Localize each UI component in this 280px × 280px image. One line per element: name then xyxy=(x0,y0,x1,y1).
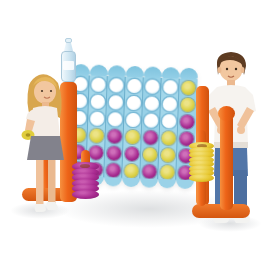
yellow-disc xyxy=(125,129,139,143)
magenta-disc xyxy=(107,129,121,143)
empty-hole xyxy=(126,95,140,109)
yellow-disc xyxy=(89,128,103,142)
cell-r5c5[interactable] xyxy=(141,145,160,163)
cell-r4c2[interactable] xyxy=(87,126,106,144)
cell-r4c6[interactable] xyxy=(159,129,178,147)
boy-ear xyxy=(241,67,245,73)
cell-r4c5[interactable] xyxy=(141,128,160,146)
yellow-ring-stack xyxy=(189,142,214,182)
board-wave xyxy=(104,177,122,187)
yellow-disc xyxy=(124,163,138,177)
empty-hole xyxy=(163,80,177,94)
yellow-disc xyxy=(160,164,174,178)
magenta-disc xyxy=(88,145,102,159)
cell-r3c6[interactable] xyxy=(160,112,179,130)
purple-ring-stack xyxy=(72,162,99,199)
empty-hole xyxy=(161,114,175,128)
cell-r2c7[interactable] xyxy=(179,96,198,114)
cell-r1c2[interactable] xyxy=(89,75,108,93)
cell-r1c6[interactable] xyxy=(161,78,180,96)
bottle-neck xyxy=(64,43,73,51)
bottle-label xyxy=(63,61,74,70)
cell-r3c2[interactable] xyxy=(88,109,107,127)
yellow-disc xyxy=(142,147,156,161)
boy-eye xyxy=(226,68,228,70)
cell-r2c3[interactable] xyxy=(107,93,126,111)
board-arch xyxy=(180,68,198,80)
girl-shoe xyxy=(46,202,58,210)
cell-r2c2[interactable] xyxy=(89,92,108,110)
cell-r6c6[interactable] xyxy=(158,163,177,181)
empty-hole xyxy=(162,97,176,111)
girl-leg xyxy=(48,160,56,203)
cell-r4c4[interactable] xyxy=(123,128,142,146)
board-arch xyxy=(144,66,162,78)
girl-player xyxy=(12,70,74,218)
magenta-disc xyxy=(106,163,120,177)
empty-hole xyxy=(143,113,157,127)
magenta-disc xyxy=(142,164,156,178)
cell-r2c4[interactable] xyxy=(125,94,144,112)
cell-r6c5[interactable] xyxy=(140,162,159,180)
board-arch xyxy=(90,64,108,76)
cell-r5c3[interactable] xyxy=(105,144,124,162)
scene: { "game": "connect-four", "variant": "gi… xyxy=(0,0,280,280)
empty-hole xyxy=(126,112,140,126)
empty-hole xyxy=(145,79,159,93)
girl-held-ring-hole xyxy=(26,133,31,136)
cell-r3c5[interactable] xyxy=(142,111,161,129)
board-wave xyxy=(158,179,176,189)
cell-r2c6[interactable] xyxy=(161,95,180,113)
empty-hole xyxy=(91,77,105,91)
girl-face xyxy=(34,81,56,104)
boy-hand xyxy=(237,126,245,134)
yellow-disc xyxy=(160,147,174,161)
board-arch xyxy=(162,67,180,79)
empty-hole xyxy=(90,94,104,108)
cell-r5c6[interactable] xyxy=(159,146,178,164)
magenta-disc xyxy=(106,146,120,160)
girl-eye xyxy=(50,90,52,92)
boy-ear xyxy=(218,67,222,73)
boy-eye xyxy=(235,68,237,70)
girl-shoe xyxy=(34,204,46,212)
magenta-disc xyxy=(143,130,157,144)
yellow-ring[interactable] xyxy=(189,174,214,182)
yellow-disc xyxy=(161,130,175,144)
bottle-cap xyxy=(65,38,72,43)
board-arch xyxy=(108,65,126,77)
cell-r1c4[interactable] xyxy=(125,77,144,95)
board-wave xyxy=(140,178,158,188)
cell-r6c3[interactable] xyxy=(104,161,123,179)
magenta-disc xyxy=(180,114,194,128)
cell-r3c3[interactable] xyxy=(106,110,125,128)
cell-r4c3[interactable] xyxy=(105,127,124,145)
empty-hole xyxy=(109,78,123,92)
cell-r3c4[interactable] xyxy=(124,111,143,129)
empty-hole xyxy=(108,112,122,126)
right-knob-post xyxy=(220,114,233,210)
cell-r3c7[interactable] xyxy=(178,113,197,131)
empty-hole xyxy=(108,95,122,109)
empty-hole xyxy=(90,111,104,125)
empty-hole xyxy=(144,96,158,110)
cell-r1c5[interactable] xyxy=(143,77,162,95)
cell-r2c5[interactable] xyxy=(143,94,162,112)
girl-eye xyxy=(41,90,43,92)
magenta-disc xyxy=(124,146,138,160)
girl-leg xyxy=(36,160,44,205)
board-wave xyxy=(122,178,140,188)
girl-skirt xyxy=(27,136,64,160)
yellow-disc xyxy=(181,80,195,94)
board-arch xyxy=(126,66,144,78)
cell-r1c7[interactable] xyxy=(179,79,198,97)
cell-r1c3[interactable] xyxy=(107,76,126,94)
yellow-disc xyxy=(181,97,195,111)
purple-ring[interactable] xyxy=(72,190,99,199)
empty-hole xyxy=(127,78,141,92)
cell-r6c4[interactable] xyxy=(122,162,141,180)
cell-r5c4[interactable] xyxy=(123,145,142,163)
